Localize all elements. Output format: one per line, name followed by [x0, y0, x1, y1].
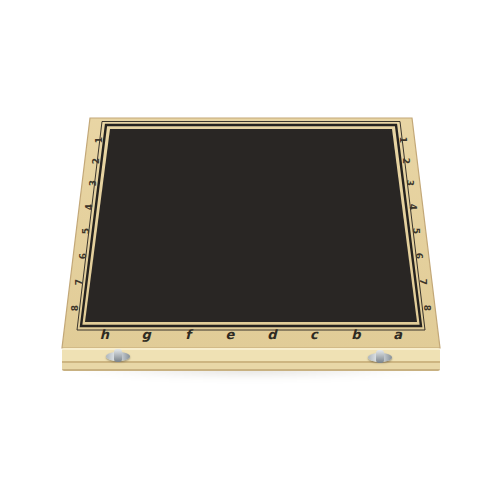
file-label-g: g	[142, 327, 151, 342]
board-front-edge	[62, 348, 440, 371]
left-clasp-icon	[106, 352, 130, 361]
file-label-e: e	[226, 327, 235, 342]
file-label-d: d	[267, 327, 276, 342]
rank-label-left-2: 2	[91, 158, 101, 164]
rank-label-left-6: 6	[78, 253, 88, 259]
rank-label-left-1: 1	[94, 136, 104, 142]
rank-label-left-3: 3	[88, 180, 98, 186]
right-clasp-icon	[368, 353, 392, 362]
rank-label-right-6: 6	[414, 253, 424, 259]
rank-label-right-7: 7	[418, 279, 428, 285]
rank-label-right-4: 4	[408, 203, 418, 209]
rank-label-right-2: 2	[401, 158, 411, 164]
rank-label-left-8: 8	[70, 305, 80, 311]
board-inner-border	[0, 0, 500, 500]
rank-label-right-5: 5	[411, 228, 421, 234]
file-label-f: f	[185, 327, 191, 342]
rank-label-left-4: 4	[84, 203, 94, 209]
rank-label-right-3: 3	[405, 180, 415, 186]
file-label-c: c	[310, 327, 318, 342]
file-label-h: h	[100, 327, 109, 342]
file-label-a: a	[393, 327, 402, 342]
rank-label-left-5: 5	[81, 228, 91, 234]
product-photo-scene: hgfedcba1122334455667788	[0, 0, 500, 500]
file-label-b: b	[351, 327, 360, 342]
rank-label-right-8: 8	[422, 305, 432, 311]
rank-label-left-7: 7	[74, 279, 84, 285]
rank-label-right-1: 1	[398, 136, 408, 142]
